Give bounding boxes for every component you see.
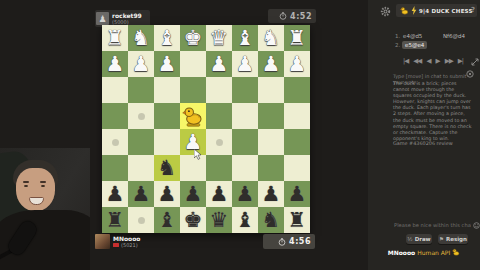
white-pawn: ♟: [102, 51, 128, 77]
black-pawn: ♟: [154, 181, 180, 207]
square-c7[interactable]: ♟: [232, 181, 258, 207]
black-pawn: ♟: [232, 181, 258, 207]
emoji-icon[interactable]: [473, 222, 480, 229]
duck-piece: [182, 105, 204, 127]
black-king: ♚: [180, 207, 206, 233]
square-d8[interactable]: ♛: [206, 207, 232, 233]
square-a5[interactable]: [284, 129, 310, 155]
square-c1[interactable]: ♝: [232, 25, 258, 51]
bottom-player-bar: MNoooo (5021): [95, 233, 140, 250]
black-knight: ♞: [154, 155, 180, 181]
fast-back-button[interactable]: ◀◀: [413, 57, 421, 65]
duck-icon: [452, 248, 460, 256]
black-bishop: ♝: [232, 207, 258, 233]
square-g8[interactable]: [128, 207, 154, 233]
move-number: 2.: [395, 42, 402, 48]
resign-flag-icon: ⚑: [439, 236, 444, 242]
top-player-avatar[interactable]: ♟: [96, 12, 109, 25]
square-e4[interactable]: [180, 103, 206, 129]
square-e7[interactable]: ♟: [180, 181, 206, 207]
game-review-link[interactable]: Game #4360206 review: [393, 140, 453, 146]
resign-button[interactable]: ⚑ Resign: [438, 234, 468, 244]
square-g7[interactable]: ♟: [128, 181, 154, 207]
white-knight: ♞: [258, 25, 284, 51]
footer-player-name: MNoooo: [388, 249, 415, 256]
square-g2[interactable]: ♟: [128, 51, 154, 77]
black-queen: ♛: [206, 207, 232, 233]
white-move[interactable]: e4@d5: [403, 33, 443, 39]
move-number: 1.: [395, 33, 402, 39]
white-bishop: ♝: [232, 25, 258, 51]
square-b6[interactable]: [258, 155, 284, 181]
draw-icon: ½: [407, 236, 412, 242]
square-h4[interactable]: [102, 103, 128, 129]
eye: [41, 185, 45, 187]
square-d1[interactable]: ♛: [206, 25, 232, 51]
white-pawn: ♟: [258, 51, 284, 77]
top-player-rating: (5000): [112, 19, 142, 25]
legal-move-dot: [112, 139, 119, 146]
eyebrow: [23, 181, 29, 183]
help-button[interactable]: ?: [471, 6, 475, 14]
square-g1[interactable]: ♞: [128, 25, 154, 51]
clock-icon: [279, 12, 287, 20]
square-b1[interactable]: ♞: [258, 25, 284, 51]
white-rook: ♜: [102, 25, 128, 51]
square-b5[interactable]: [258, 129, 284, 155]
white-pawn: ♟: [206, 51, 232, 77]
square-d5[interactable]: [206, 129, 232, 155]
square-f2[interactable]: ♟: [154, 51, 180, 77]
bottom-player-clock: 4:56: [263, 234, 315, 249]
square-d4[interactable]: [206, 103, 232, 129]
square-d2[interactable]: ♟: [206, 51, 232, 77]
eye: [24, 185, 28, 187]
duck-chess-rules: The duck is a brick; pieces cannot move …: [393, 81, 473, 142]
square-c2[interactable]: ♟: [232, 51, 258, 77]
go-to-end-button[interactable]: ▶|: [458, 57, 463, 65]
square-c3[interactable]: [232, 77, 258, 103]
expand-icon[interactable]: [471, 58, 479, 66]
black-move[interactable]: Nf6@d4: [443, 33, 465, 39]
square-d3[interactable]: [206, 77, 232, 103]
lightning-icon: [411, 6, 417, 15]
black-pawn: ♟: [206, 181, 232, 207]
legal-move-dot: [216, 139, 223, 146]
black-pawn: ♟: [284, 181, 310, 207]
square-h5[interactable]: [102, 129, 128, 155]
fast-forward-button[interactable]: ▶▶: [445, 57, 453, 65]
square-c5[interactable]: [232, 129, 258, 155]
square-g3[interactable]: [128, 77, 154, 103]
square-b7[interactable]: ♟: [258, 181, 284, 207]
square-h1[interactable]: ♜: [102, 25, 128, 51]
smile: [29, 197, 44, 205]
top-player-clock: 4:52: [268, 9, 316, 23]
white-pawn: ♟: [154, 51, 180, 77]
white-rook: ♜: [284, 25, 310, 51]
black-rook: ♜: [102, 207, 128, 233]
chat-input-row: [392, 221, 480, 229]
black-pawn: ♟: [180, 181, 206, 207]
legal-move-dot: [138, 217, 145, 224]
mouse-cursor: [194, 149, 203, 160]
webcam-feed: [0, 148, 90, 270]
resign-label: Resign: [446, 236, 467, 242]
square-e8[interactable]: ♚: [180, 207, 206, 233]
eyebrow: [40, 181, 46, 183]
square-f8[interactable]: ♝: [154, 207, 180, 233]
forward-button[interactable]: ▶: [436, 57, 440, 65]
footer-subtitle: Human API: [417, 249, 450, 256]
chat-input[interactable]: [392, 221, 473, 229]
square-a3[interactable]: [284, 77, 310, 103]
top-clock-time: 4:52: [290, 12, 312, 21]
square-h6[interactable]: [102, 155, 128, 181]
dismiss-icon[interactable]: [466, 70, 474, 78]
square-e2[interactable]: [180, 51, 206, 77]
square-f7[interactable]: ♟: [154, 181, 180, 207]
square-c8[interactable]: ♝: [232, 207, 258, 233]
square-f5[interactable]: [154, 129, 180, 155]
chess-board[interactable]: ♜♞♝♚♛♝♞♜♟♟♟♟♟♟♟♟♞♟♟♟♟♟♟♟♟♜♝♚♛♝♞♜: [102, 25, 310, 233]
bottom-clock-time: 4:56: [289, 237, 311, 246]
white-pawn: ♟: [128, 51, 154, 77]
black-bishop: ♝: [154, 207, 180, 233]
move-list-row: 1. e4@d5 Nf6@d4: [395, 32, 465, 40]
square-b8[interactable]: ♞: [258, 207, 284, 233]
square-d6[interactable]: [206, 155, 232, 181]
square-g5[interactable]: [128, 129, 154, 155]
country-flag-icon: [113, 243, 119, 247]
move-navigation-controls: |◀ ◀◀ ◀ ▶ ▶▶ ▶|: [403, 57, 463, 65]
square-a6[interactable]: [284, 155, 310, 181]
square-e3[interactable]: [180, 77, 206, 103]
square-c6[interactable]: [232, 155, 258, 181]
square-f1[interactable]: ♝: [154, 25, 180, 51]
bottom-player-rating: (5021): [113, 242, 140, 248]
square-a4[interactable]: [284, 103, 310, 129]
white-knight: ♞: [128, 25, 154, 51]
current-move[interactable]: e5@e4: [402, 41, 427, 49]
black-knight: ♞: [258, 207, 284, 233]
square-b2[interactable]: ♟: [258, 51, 284, 77]
square-h8[interactable]: ♜: [102, 207, 128, 233]
clock-icon: [278, 238, 286, 246]
black-pawn: ♟: [102, 181, 128, 207]
square-a2[interactable]: ♟: [284, 51, 310, 77]
white-bishop: ♝: [154, 25, 180, 51]
square-d7[interactable]: ♟: [206, 181, 232, 207]
draw-button[interactable]: ½ Draw: [406, 234, 432, 244]
black-pawn: ♟: [258, 181, 284, 207]
square-a8[interactable]: ♜: [284, 207, 310, 233]
white-king: ♚: [180, 25, 206, 51]
game-mode-label: 9|4 DUCK CHESS: [419, 8, 473, 14]
square-h3[interactable]: [102, 77, 128, 103]
white-pawn: ♟: [284, 51, 310, 77]
square-f4[interactable]: [154, 103, 180, 129]
bottom-player-rating-value: (5021): [121, 242, 138, 248]
square-h2[interactable]: ♟: [102, 51, 128, 77]
draw-label: Draw: [415, 236, 431, 242]
square-g6[interactable]: [128, 155, 154, 181]
square-a7[interactable]: ♟: [284, 181, 310, 207]
square-b3[interactable]: [258, 77, 284, 103]
square-f6[interactable]: ♞: [154, 155, 180, 181]
bottom-player-avatar[interactable]: [95, 234, 110, 249]
white-pawn: ♟: [232, 51, 258, 77]
black-pawn: ♟: [128, 181, 154, 207]
square-f3[interactable]: [154, 77, 180, 103]
black-rook: ♜: [284, 207, 310, 233]
legal-move-dot: [138, 113, 145, 120]
stream-footer: MNoooo Human API: [368, 248, 480, 256]
square-a1[interactable]: ♜: [284, 25, 310, 51]
square-b4[interactable]: [258, 103, 284, 129]
white-queen: ♛: [206, 25, 232, 51]
move-list-row: 2. e5@e4: [395, 41, 427, 49]
stream-frame: ♟ rocket99 (5000) 4:52 ♜♞♝♚♛♝♞♜♟♟♟♟♟♟♟♟♞…: [0, 0, 480, 270]
square-e1[interactable]: ♚: [180, 25, 206, 51]
square-g4[interactable]: [128, 103, 154, 129]
go-to-start-button[interactable]: |◀: [403, 57, 408, 65]
game-mode-title: 9|4 DUCK CHESS: [396, 4, 477, 17]
square-c4[interactable]: [232, 103, 258, 129]
back-button[interactable]: ◀: [426, 57, 430, 65]
duck-icon: [400, 6, 409, 15]
square-h7[interactable]: ♟: [102, 181, 128, 207]
gear-icon[interactable]: [380, 6, 391, 17]
streamer-face: [16, 168, 55, 211]
